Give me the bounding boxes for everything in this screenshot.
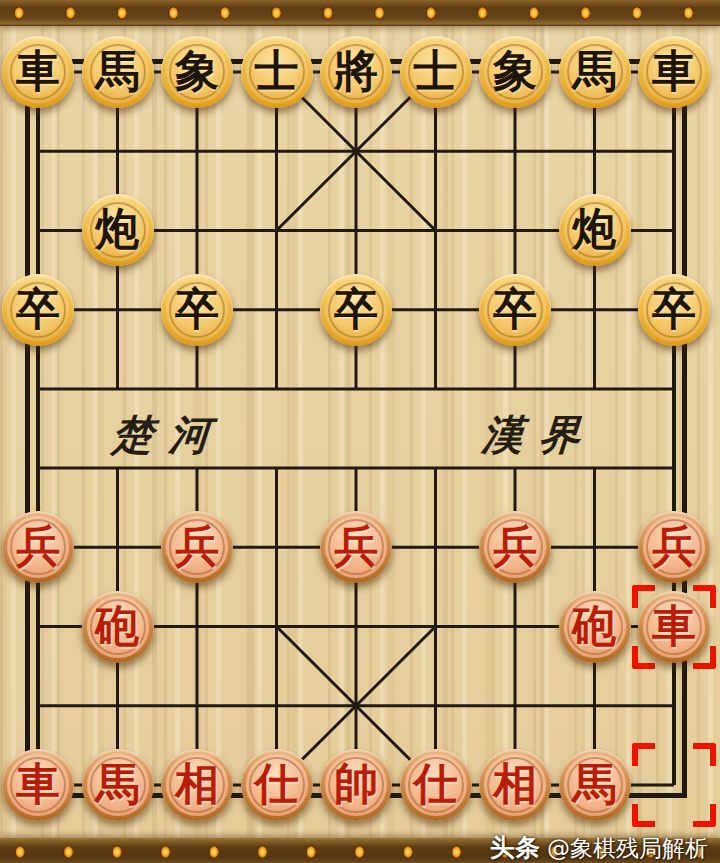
piece-red-兵[interactable]: 兵 xyxy=(479,511,551,583)
piece-black-車[interactable]: 車 xyxy=(638,36,710,108)
piece-red-馬[interactable]: 馬 xyxy=(82,749,154,821)
piece-red-仕[interactable]: 仕 xyxy=(400,749,472,821)
piece-face: 砲 xyxy=(564,596,626,658)
piece-black-馬[interactable]: 馬 xyxy=(82,36,154,108)
piece-glyph: 卒 xyxy=(493,287,537,331)
piece-black-卒[interactable]: 卒 xyxy=(161,274,233,346)
piece-black-將[interactable]: 將 xyxy=(320,36,392,108)
piece-face: 仕 xyxy=(246,754,308,816)
piece-red-兵[interactable]: 兵 xyxy=(638,511,710,583)
river-label-left: 楚河 xyxy=(110,408,228,463)
piece-red-兵[interactable]: 兵 xyxy=(320,511,392,583)
piece-face: 士 xyxy=(246,41,308,103)
piece-face: 馬 xyxy=(87,754,149,816)
piece-glyph: 象 xyxy=(175,49,219,93)
piece-glyph: 車 xyxy=(652,49,696,93)
piece-glyph: 車 xyxy=(652,604,696,648)
piece-red-相[interactable]: 相 xyxy=(161,749,233,821)
piece-face: 帥 xyxy=(325,754,387,816)
piece-glyph: 砲 xyxy=(96,604,140,648)
piece-face: 卒 xyxy=(484,279,546,341)
piece-face: 兵 xyxy=(643,516,705,578)
piece-glyph: 相 xyxy=(493,762,537,806)
piece-glyph: 兵 xyxy=(493,524,537,568)
piece-glyph: 馬 xyxy=(573,49,617,93)
piece-face: 馬 xyxy=(564,754,626,816)
piece-face: 卒 xyxy=(166,279,228,341)
piece-glyph: 車 xyxy=(16,49,60,93)
piece-glyph: 卒 xyxy=(652,287,696,331)
piece-face: 車 xyxy=(7,754,69,816)
piece-face: 相 xyxy=(166,754,228,816)
piece-face: 兵 xyxy=(484,516,546,578)
piece-black-炮[interactable]: 炮 xyxy=(559,194,631,266)
bracket-corner-br xyxy=(693,804,716,827)
piece-glyph: 兵 xyxy=(16,524,60,568)
piece-face: 卒 xyxy=(643,279,705,341)
piece-black-象[interactable]: 象 xyxy=(479,36,551,108)
piece-face: 車 xyxy=(7,41,69,103)
piece-black-炮[interactable]: 炮 xyxy=(82,194,154,266)
piece-glyph: 炮 xyxy=(96,207,140,251)
xiangqi-app: 楚河 漢界 車馬象士將士象馬車炮炮卒卒卒卒卒兵兵兵兵兵砲砲車車馬相仕帥仕相馬 头… xyxy=(0,0,720,863)
piece-glyph: 士 xyxy=(255,49,299,93)
piece-face: 士 xyxy=(405,41,467,103)
piece-face: 卒 xyxy=(325,279,387,341)
piece-face: 仕 xyxy=(405,754,467,816)
piece-face: 象 xyxy=(484,41,546,103)
last-move-highlight xyxy=(632,743,716,827)
bracket-corner-tl xyxy=(632,743,655,766)
bracket-corner-bl xyxy=(632,804,655,827)
piece-red-砲[interactable]: 砲 xyxy=(82,591,154,663)
piece-face: 炮 xyxy=(87,199,149,261)
piece-glyph: 馬 xyxy=(96,762,140,806)
watermark-handle: @象棋残局解析 xyxy=(547,833,708,863)
piece-glyph: 卒 xyxy=(175,287,219,331)
piece-black-象[interactable]: 象 xyxy=(161,36,233,108)
piece-red-砲[interactable]: 砲 xyxy=(559,591,631,663)
watermark-brand: 头条 xyxy=(490,831,540,863)
watermark: 头条 @象棋残局解析 xyxy=(490,831,708,863)
piece-face: 相 xyxy=(484,754,546,816)
piece-face: 兵 xyxy=(7,516,69,578)
piece-glyph: 相 xyxy=(175,762,219,806)
piece-black-士[interactable]: 士 xyxy=(241,36,313,108)
piece-glyph: 兵 xyxy=(334,524,378,568)
piece-face: 兵 xyxy=(166,516,228,578)
studded-frame-top xyxy=(0,0,720,26)
piece-red-相[interactable]: 相 xyxy=(479,749,551,821)
piece-glyph: 士 xyxy=(414,49,458,93)
piece-black-車[interactable]: 車 xyxy=(2,36,74,108)
piece-glyph: 兵 xyxy=(175,524,219,568)
board-grid xyxy=(0,0,720,863)
piece-face: 砲 xyxy=(87,596,149,658)
piece-glyph: 卒 xyxy=(334,287,378,331)
piece-face: 炮 xyxy=(564,199,626,261)
piece-red-馬[interactable]: 馬 xyxy=(559,749,631,821)
piece-glyph: 兵 xyxy=(652,524,696,568)
piece-black-士[interactable]: 士 xyxy=(400,36,472,108)
piece-glyph: 帥 xyxy=(334,762,378,806)
bracket-corner-tr xyxy=(693,743,716,766)
piece-face: 馬 xyxy=(87,41,149,103)
piece-black-馬[interactable]: 馬 xyxy=(559,36,631,108)
piece-red-兵[interactable]: 兵 xyxy=(161,511,233,583)
piece-red-仕[interactable]: 仕 xyxy=(241,749,313,821)
piece-glyph: 砲 xyxy=(573,604,617,648)
piece-face: 兵 xyxy=(325,516,387,578)
piece-black-卒[interactable]: 卒 xyxy=(638,274,710,346)
piece-glyph: 仕 xyxy=(414,762,458,806)
piece-face: 象 xyxy=(166,41,228,103)
piece-face: 馬 xyxy=(564,41,626,103)
piece-glyph: 象 xyxy=(493,49,537,93)
piece-black-卒[interactable]: 卒 xyxy=(2,274,74,346)
river-label-right: 漢界 xyxy=(480,408,598,463)
piece-glyph: 炮 xyxy=(573,207,617,251)
piece-face: 將 xyxy=(325,41,387,103)
piece-glyph: 車 xyxy=(16,762,60,806)
piece-black-卒[interactable]: 卒 xyxy=(479,274,551,346)
piece-red-車[interactable]: 車 xyxy=(638,591,710,663)
piece-face: 車 xyxy=(643,41,705,103)
piece-glyph: 馬 xyxy=(96,49,140,93)
piece-glyph: 將 xyxy=(334,49,378,93)
piece-black-卒[interactable]: 卒 xyxy=(320,274,392,346)
piece-red-車[interactable]: 車 xyxy=(2,749,74,821)
piece-glyph: 卒 xyxy=(16,287,60,331)
piece-face: 卒 xyxy=(7,279,69,341)
piece-red-帥[interactable]: 帥 xyxy=(320,749,392,821)
piece-glyph: 仕 xyxy=(255,762,299,806)
piece-glyph: 馬 xyxy=(573,762,617,806)
piece-face: 車 xyxy=(643,596,705,658)
piece-red-兵[interactable]: 兵 xyxy=(2,511,74,583)
